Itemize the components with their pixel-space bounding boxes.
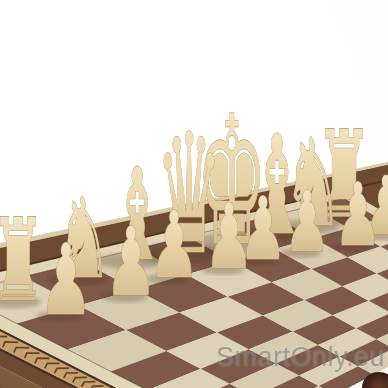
chess-board-3d: ♜♞♝♟♚♟♟♛♝♟♟♞♟♟♜♟ bbox=[0, 0, 388, 388]
chess-set-photo: ♜♞♝♟♚♟♟♛♝♟♟♞♟♟♜♟ SmartOnly.eu bbox=[0, 0, 388, 388]
piece-white-pawn-b2: ♟ bbox=[105, 207, 158, 318]
piece-white-pawn-f2: ♟ bbox=[284, 173, 331, 270]
piece-white-pawn-g2: ♟ bbox=[334, 164, 382, 265]
piece-white-pawn-a2: ♟ bbox=[39, 223, 93, 337]
piece-white-pawn-d2: ♟ bbox=[204, 185, 254, 290]
